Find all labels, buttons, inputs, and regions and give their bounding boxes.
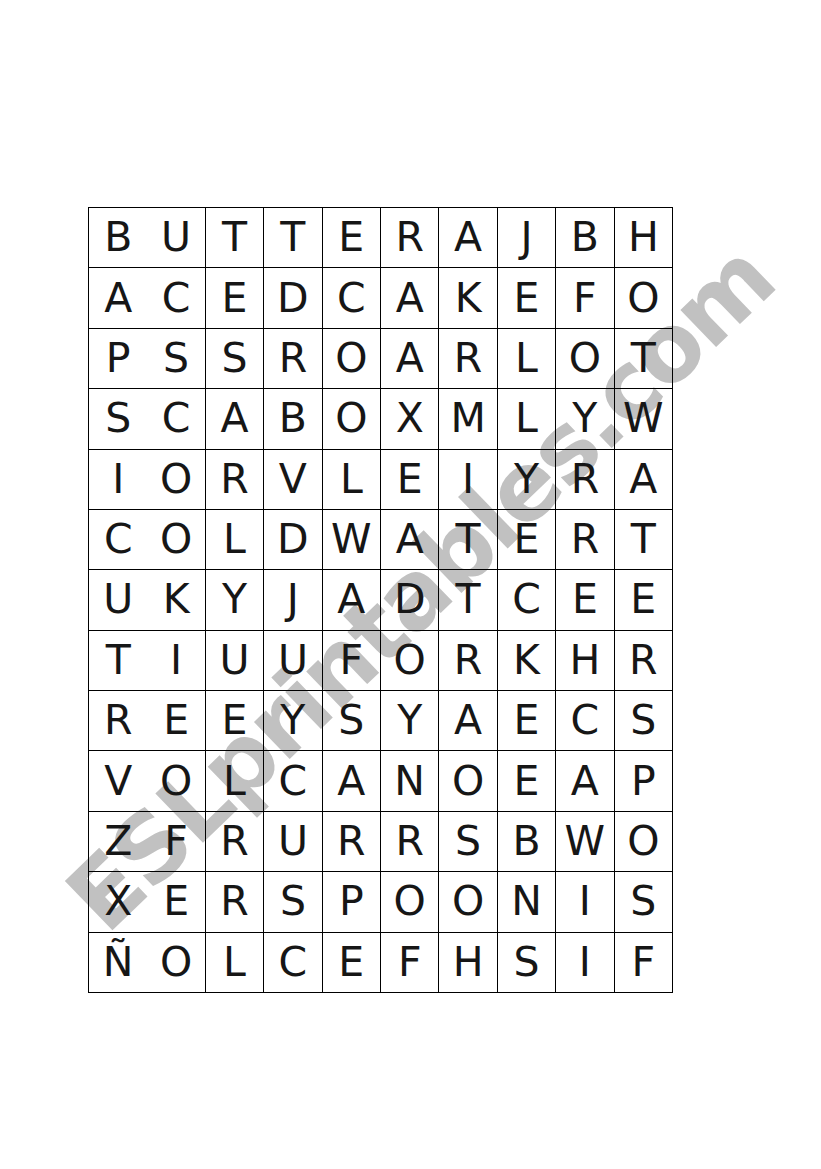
grid-cell-r2c5[interactable]: C [323, 268, 381, 328]
grid-cell-r11c1[interactable]: Z [89, 812, 147, 872]
grid-cell-r6c1[interactable]: C [89, 510, 147, 570]
grid-cell-r5c10[interactable]: A [615, 450, 673, 510]
grid-cell-r10c5[interactable]: A [323, 751, 381, 811]
grid-cell-r2c2[interactable]: C [147, 268, 205, 328]
grid-cell-r10c4[interactable]: C [264, 751, 322, 811]
grid-cell-r3c3[interactable]: S [206, 329, 264, 389]
grid-cell-r3c10[interactable]: T [615, 329, 673, 389]
grid-cell-r1c4[interactable]: T [264, 208, 322, 268]
grid-cell-r11c8[interactable]: B [498, 812, 556, 872]
grid-cell-r6c3[interactable]: L [206, 510, 264, 570]
grid-cell-r8c7[interactable]: R [439, 631, 497, 691]
grid-cell-r2c9[interactable]: F [556, 268, 614, 328]
grid-cell-r13c4[interactable]: C [264, 933, 322, 993]
grid-cell-r11c7[interactable]: S [439, 812, 497, 872]
grid-cell-r7c8[interactable]: C [498, 570, 556, 630]
grid-cell-r4c4[interactable]: B [264, 389, 322, 449]
grid-cell-r1c5[interactable]: E [323, 208, 381, 268]
grid-cell-r9c8[interactable]: E [498, 691, 556, 751]
grid-cell-r3c9[interactable]: O [556, 329, 614, 389]
grid-cell-r2c8[interactable]: E [498, 268, 556, 328]
grid-cell-r5c4[interactable]: V [264, 450, 322, 510]
grid-cell-r6c2[interactable]: O [147, 510, 205, 570]
grid-cell-r8c8[interactable]: K [498, 631, 556, 691]
grid-cell-r1c8[interactable]: J [498, 208, 556, 268]
grid-cell-r4c2[interactable]: C [147, 389, 205, 449]
grid-cell-r4c3[interactable]: A [206, 389, 264, 449]
grid-cell-r11c2[interactable]: F [147, 812, 205, 872]
grid-cell-r6c5[interactable]: W [323, 510, 381, 570]
grid-cell-r12c10[interactable]: S [615, 872, 673, 932]
grid-cell-r7c6[interactable]: D [381, 570, 439, 630]
grid-cell-r13c1[interactable]: Ñ [89, 933, 147, 993]
grid-cell-r4c1[interactable]: S [89, 389, 147, 449]
grid-cell-r6c7[interactable]: T [439, 510, 497, 570]
grid-cell-r7c1[interactable]: U [89, 570, 147, 630]
grid-cell-r8c3[interactable]: U [206, 631, 264, 691]
grid-cell-r4c8[interactable]: L [498, 389, 556, 449]
grid-cell-r6c6[interactable]: A [381, 510, 439, 570]
grid-cell-r3c5[interactable]: O [323, 329, 381, 389]
grid-cell-r11c4[interactable]: U [264, 812, 322, 872]
grid-cell-r11c10[interactable]: O [615, 812, 673, 872]
grid-cell-r3c1[interactable]: P [89, 329, 147, 389]
grid-cell-r12c9[interactable]: I [556, 872, 614, 932]
grid-cell-r7c9[interactable]: E [556, 570, 614, 630]
grid-cell-r5c6[interactable]: E [381, 450, 439, 510]
grid-cell-r7c2[interactable]: K [147, 570, 205, 630]
grid-cell-r10c9[interactable]: A [556, 751, 614, 811]
grid-cell-r9c3[interactable]: E [206, 691, 264, 751]
grid-cell-r10c6[interactable]: N [381, 751, 439, 811]
grid-cell-r11c9[interactable]: W [556, 812, 614, 872]
worksheet-page: ESLprintables.com BUTTERAJBHACEDCAKEFOPS… [0, 0, 821, 1169]
grid-cell-r13c3[interactable]: L [206, 933, 264, 993]
grid-cell-r10c8[interactable]: E [498, 751, 556, 811]
grid-cell-r13c9[interactable]: I [556, 933, 614, 993]
grid-cell-r6c9[interactable]: R [556, 510, 614, 570]
grid-cell-r11c5[interactable]: R [323, 812, 381, 872]
grid-cell-r7c10[interactable]: E [615, 570, 673, 630]
grid-cell-r13c8[interactable]: S [498, 933, 556, 993]
grid-cell-r3c8[interactable]: L [498, 329, 556, 389]
grid-cell-r9c2[interactable]: E [147, 691, 205, 751]
grid-cell-r10c1[interactable]: V [89, 751, 147, 811]
grid-cell-r2c7[interactable]: K [439, 268, 497, 328]
grid-cell-r11c3[interactable]: R [206, 812, 264, 872]
grid-cell-r9c6[interactable]: Y [381, 691, 439, 751]
grid-cell-r12c2[interactable]: E [147, 872, 205, 932]
grid-cell-r8c2[interactable]: I [147, 631, 205, 691]
grid-cell-r1c3[interactable]: T [206, 208, 264, 268]
grid-cell-r1c9[interactable]: B [556, 208, 614, 268]
grid-cell-r4c10[interactable]: W [615, 389, 673, 449]
grid-cell-r2c3[interactable]: E [206, 268, 264, 328]
grid-cell-r13c5[interactable]: E [323, 933, 381, 993]
grid-cell-r4c9[interactable]: Y [556, 389, 614, 449]
grid-cell-r5c2[interactable]: O [147, 450, 205, 510]
grid-cell-r4c5[interactable]: O [323, 389, 381, 449]
grid-cell-r10c10[interactable]: P [615, 751, 673, 811]
grid-cell-r13c2[interactable]: O [147, 933, 205, 993]
grid-cell-r13c7[interactable]: H [439, 933, 497, 993]
grid-cell-r2c1[interactable]: A [89, 268, 147, 328]
grid-cell-r9c10[interactable]: S [615, 691, 673, 751]
grid-cell-r6c10[interactable]: T [615, 510, 673, 570]
grid-cell-r1c10[interactable]: H [615, 208, 673, 268]
grid-cell-r7c4[interactable]: J [264, 570, 322, 630]
grid-cell-r2c4[interactable]: D [264, 268, 322, 328]
grid-cell-r1c6[interactable]: R [381, 208, 439, 268]
grid-cell-r12c5[interactable]: P [323, 872, 381, 932]
grid-cell-r4c7[interactable]: M [439, 389, 497, 449]
grid-cell-r9c4[interactable]: Y [264, 691, 322, 751]
grid-cell-r7c5[interactable]: A [323, 570, 381, 630]
grid-cell-r11c6[interactable]: R [381, 812, 439, 872]
grid-cell-r12c3[interactable]: R [206, 872, 264, 932]
grid-cell-r10c2[interactable]: O [147, 751, 205, 811]
grid-cell-r5c9[interactable]: R [556, 450, 614, 510]
grid-cell-r10c7[interactable]: O [439, 751, 497, 811]
grid-cell-r8c5[interactable]: F [323, 631, 381, 691]
grid-cell-r6c8[interactable]: E [498, 510, 556, 570]
grid-cell-r8c4[interactable]: U [264, 631, 322, 691]
grid-cell-r7c7[interactable]: T [439, 570, 497, 630]
grid-cell-r8c10[interactable]: R [615, 631, 673, 691]
grid-cell-r2c6[interactable]: A [381, 268, 439, 328]
grid-cell-r1c2[interactable]: U [147, 208, 205, 268]
grid-cell-r5c3[interactable]: R [206, 450, 264, 510]
grid-cell-r5c8[interactable]: Y [498, 450, 556, 510]
grid-cell-r5c5[interactable]: L [323, 450, 381, 510]
word-search-grid: BUTTERAJBHACEDCAKEFOPSSROARLOTSCABOXMLYW… [88, 207, 673, 993]
grid-cell-r12c1[interactable]: X [89, 872, 147, 932]
grid-cell-r12c7[interactable]: O [439, 872, 497, 932]
grid-cell-r2c10[interactable]: O [615, 268, 673, 328]
grid-cell-r1c1[interactable]: B [89, 208, 147, 268]
grid-cell-r1c7[interactable]: A [439, 208, 497, 268]
grid-cell-r7c3[interactable]: Y [206, 570, 264, 630]
grid-cell-r9c1[interactable]: R [89, 691, 147, 751]
grid-cell-r6c4[interactable]: D [264, 510, 322, 570]
grid-cell-r12c6[interactable]: O [381, 872, 439, 932]
grid-cell-r8c1[interactable]: T [89, 631, 147, 691]
grid-cell-r3c4[interactable]: R [264, 329, 322, 389]
grid-cell-r9c9[interactable]: C [556, 691, 614, 751]
grid-cell-r5c7[interactable]: I [439, 450, 497, 510]
grid-cell-r3c6[interactable]: A [381, 329, 439, 389]
grid-cell-r3c2[interactable]: S [147, 329, 205, 389]
grid-cell-r8c9[interactable]: H [556, 631, 614, 691]
grid-cell-r4c6[interactable]: X [381, 389, 439, 449]
grid-cell-r9c5[interactable]: S [323, 691, 381, 751]
grid-cell-r10c3[interactable]: L [206, 751, 264, 811]
grid-cell-r8c6[interactable]: O [381, 631, 439, 691]
grid-cell-r13c10[interactable]: F [615, 933, 673, 993]
grid-cell-r12c4[interactable]: S [264, 872, 322, 932]
grid-cell-r5c1[interactable]: I [89, 450, 147, 510]
grid-cell-r12c8[interactable]: N [498, 872, 556, 932]
grid-cell-r13c6[interactable]: F [381, 933, 439, 993]
grid-cell-r3c7[interactable]: R [439, 329, 497, 389]
grid-cell-r9c7[interactable]: A [439, 691, 497, 751]
